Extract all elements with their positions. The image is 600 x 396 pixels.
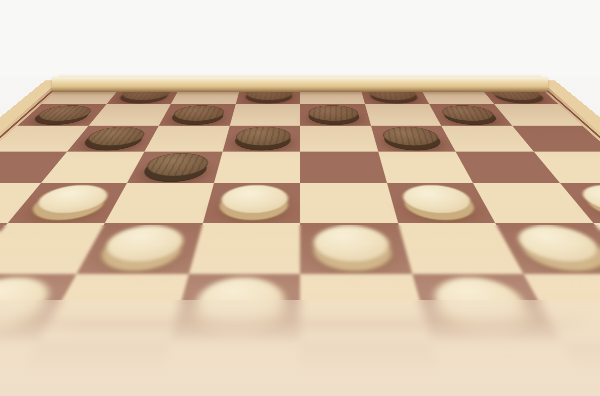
square-e4[interactable] [300,183,398,223]
background-haze [0,0,600,82]
light-checker-e3[interactable] [313,225,395,262]
square-c5[interactable] [127,151,222,183]
square-d6[interactable] [222,126,300,152]
square-c7[interactable] [159,104,236,125]
square-e6[interactable] [300,126,378,152]
light-checker-c3[interactable] [97,225,189,262]
board-far-rail [52,76,548,92]
square-d3[interactable] [188,223,300,274]
square-d2[interactable] [169,274,300,343]
square-d7[interactable] [229,104,300,125]
light-checker-f2[interactable] [427,277,536,327]
dark-checker-g7[interactable] [438,105,498,121]
square-e7[interactable] [300,104,371,125]
light-checker-d2[interactable] [190,277,285,327]
square-e5[interactable] [300,151,387,183]
board-grid [0,86,600,396]
light-checker-b4[interactable] [27,185,114,214]
dark-checker-b6[interactable] [81,127,148,146]
dark-checker-c7[interactable] [170,105,226,121]
checkers-board [0,80,600,396]
dark-checker-e7[interactable] [308,105,360,121]
square-c6[interactable] [145,126,230,152]
light-checker-d4[interactable] [217,185,288,214]
dark-checker-c5[interactable] [142,153,212,176]
square-e3[interactable] [300,223,412,274]
photo-scene [0,0,600,396]
dark-checker-d6[interactable] [234,127,291,146]
light-checker-f4[interactable] [398,185,477,214]
light-checker-g3[interactable] [509,225,600,262]
square-e2[interactable] [300,274,431,343]
dark-checker-a7[interactable] [32,105,97,121]
square-d5[interactable] [214,151,301,183]
dark-checker-f6[interactable] [380,127,442,146]
square-f7[interactable] [365,104,442,125]
square-d4[interactable] [202,183,300,223]
square-d1[interactable] [142,343,300,396]
